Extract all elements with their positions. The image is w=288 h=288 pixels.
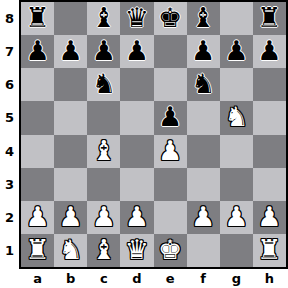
square-c4[interactable]: ♝: [87, 135, 120, 168]
board: ♜♝♛♚♝♜♟♟♟♟♟♟♟♞♞♟♞♝♟♟♟♟♟♟♟♟♜♞♝♛♚♜: [19, 0, 288, 269]
square-e2[interactable]: [154, 201, 187, 234]
square-c2[interactable]: ♟: [87, 201, 120, 234]
rank-label-7: 7: [0, 35, 19, 68]
square-g5[interactable]: ♞: [220, 101, 253, 134]
square-b7[interactable]: ♟: [54, 35, 87, 68]
black-pawn-h7[interactable]: ♟: [257, 37, 281, 64]
square-g6[interactable]: [220, 68, 253, 101]
square-a8[interactable]: ♜: [21, 2, 54, 35]
square-g3[interactable]: [220, 168, 253, 201]
square-e3[interactable]: [154, 168, 187, 201]
rank-label-2: 2: [0, 201, 19, 234]
file-label-d: d: [120, 269, 153, 288]
file-label-a: a: [21, 269, 54, 288]
square-f6[interactable]: ♞: [187, 68, 220, 101]
black-rook-a8[interactable]: ♜: [25, 4, 49, 31]
square-d6[interactable]: [120, 68, 153, 101]
square-d5[interactable]: [120, 101, 153, 134]
white-bishop-c4[interactable]: ♝: [92, 137, 116, 164]
square-e4[interactable]: ♟: [154, 135, 187, 168]
black-rook-h8[interactable]: ♜: [257, 4, 281, 31]
square-c5[interactable]: [87, 101, 120, 134]
file-label-g: g: [220, 269, 253, 288]
rank-label-1: 1: [0, 234, 19, 267]
rank-label-5: 5: [0, 101, 19, 134]
black-pawn-b7[interactable]: ♟: [59, 37, 83, 64]
square-d2[interactable]: ♟: [120, 201, 153, 234]
white-pawn-f2[interactable]: ♟: [191, 203, 215, 230]
square-f8[interactable]: ♝: [187, 2, 220, 35]
square-d3[interactable]: [120, 168, 153, 201]
square-e1[interactable]: ♚: [154, 234, 187, 267]
square-c3[interactable]: [87, 168, 120, 201]
square-g4[interactable]: [220, 135, 253, 168]
white-pawn-b2[interactable]: ♟: [59, 203, 83, 230]
white-pawn-d2[interactable]: ♟: [125, 203, 149, 230]
black-pawn-d7[interactable]: ♟: [125, 37, 149, 64]
square-a3[interactable]: [21, 168, 54, 201]
square-h8[interactable]: ♜: [253, 2, 286, 35]
square-b6[interactable]: [54, 68, 87, 101]
black-knight-f6[interactable]: ♞: [191, 70, 215, 97]
square-h7[interactable]: ♟: [253, 35, 286, 68]
white-king-e1[interactable]: ♚: [158, 236, 182, 263]
black-pawn-e5[interactable]: ♟: [158, 103, 182, 130]
square-g2[interactable]: ♟: [220, 201, 253, 234]
square-f2[interactable]: ♟: [187, 201, 220, 234]
square-g8[interactable]: [220, 2, 253, 35]
square-f7[interactable]: ♟: [187, 35, 220, 68]
square-c7[interactable]: ♟: [87, 35, 120, 68]
square-b3[interactable]: [54, 168, 87, 201]
black-pawn-a7[interactable]: ♟: [25, 37, 49, 64]
black-bishop-c8[interactable]: ♝: [92, 4, 116, 31]
white-bishop-c1[interactable]: ♝: [92, 236, 116, 263]
square-c8[interactable]: ♝: [87, 2, 120, 35]
square-g7[interactable]: ♟: [220, 35, 253, 68]
square-d1[interactable]: ♛: [120, 234, 153, 267]
file-labels: abcdefgh: [19, 269, 288, 288]
chess-board-frame: 87654321 ♜♝♛♚♝♜♟♟♟♟♟♟♟♞♞♟♞♝♟♟♟♟♟♟♟♟♜♞♝♛♚…: [0, 0, 288, 288]
square-f1[interactable]: [187, 234, 220, 267]
square-a4[interactable]: [21, 135, 54, 168]
white-pawn-c2[interactable]: ♟: [92, 203, 116, 230]
square-f4[interactable]: [187, 135, 220, 168]
file-label-f: f: [187, 269, 220, 288]
square-d8[interactable]: ♛: [120, 2, 153, 35]
white-knight-g5[interactable]: ♞: [224, 103, 248, 130]
square-b8[interactable]: [54, 2, 87, 35]
square-h5[interactable]: [253, 101, 286, 134]
rank-label-8: 8: [0, 2, 19, 35]
square-c6[interactable]: ♞: [87, 68, 120, 101]
square-f3[interactable]: [187, 168, 220, 201]
square-e8[interactable]: ♚: [154, 2, 187, 35]
rank-label-4: 4: [0, 135, 19, 168]
square-b4[interactable]: [54, 135, 87, 168]
black-king-e8[interactable]: ♚: [158, 4, 182, 31]
square-h4[interactable]: [253, 135, 286, 168]
black-bishop-f8[interactable]: ♝: [191, 4, 215, 31]
square-h6[interactable]: [253, 68, 286, 101]
square-f5[interactable]: [187, 101, 220, 134]
square-a6[interactable]: [21, 68, 54, 101]
black-pawn-g7[interactable]: ♟: [224, 37, 248, 64]
file-label-h: h: [253, 269, 286, 288]
white-pawn-h2[interactable]: ♟: [257, 203, 281, 230]
square-b5[interactable]: [54, 101, 87, 134]
file-label-b: b: [54, 269, 87, 288]
square-d4[interactable]: [120, 135, 153, 168]
rank-labels: 87654321: [0, 0, 19, 269]
square-c1[interactable]: ♝: [87, 234, 120, 267]
square-d7[interactable]: ♟: [120, 35, 153, 68]
square-e5[interactable]: ♟: [154, 101, 187, 134]
white-pawn-g2[interactable]: ♟: [224, 203, 248, 230]
square-b1[interactable]: ♞: [54, 234, 87, 267]
white-knight-b1[interactable]: ♞: [59, 236, 83, 263]
square-h3[interactable]: [253, 168, 286, 201]
black-pawn-c7[interactable]: ♟: [92, 37, 116, 64]
black-knight-c6[interactable]: ♞: [92, 70, 116, 97]
square-h1[interactable]: ♜: [253, 234, 286, 267]
white-rook-a1[interactable]: ♜: [25, 236, 49, 263]
rank-label-6: 6: [0, 68, 19, 101]
square-e6[interactable]: [154, 68, 187, 101]
white-pawn-a2[interactable]: ♟: [25, 203, 49, 230]
square-h2[interactable]: ♟: [253, 201, 286, 234]
square-a5[interactable]: [21, 101, 54, 134]
square-a1[interactable]: ♜: [21, 234, 54, 267]
square-b2[interactable]: ♟: [54, 201, 87, 234]
square-a7[interactable]: ♟: [21, 35, 54, 68]
white-queen-d1[interactable]: ♛: [125, 236, 149, 263]
white-rook-h1[interactable]: ♜: [257, 236, 281, 263]
black-pawn-f7[interactable]: ♟: [191, 37, 215, 64]
board-corner-spacer: [0, 269, 19, 288]
square-a2[interactable]: ♟: [21, 201, 54, 234]
black-queen-d8[interactable]: ♛: [125, 4, 149, 31]
file-label-c: c: [87, 269, 120, 288]
white-pawn-e4[interactable]: ♟: [158, 137, 182, 164]
square-g1[interactable]: [220, 234, 253, 267]
rank-label-3: 3: [0, 168, 19, 201]
file-label-e: e: [154, 269, 187, 288]
square-e7[interactable]: [154, 35, 187, 68]
